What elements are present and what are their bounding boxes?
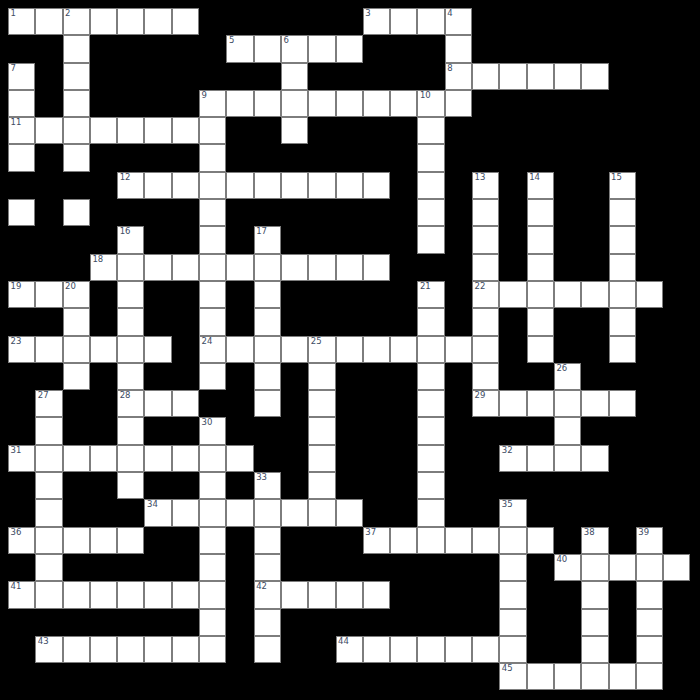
cell-5-2[interactable] xyxy=(63,144,90,171)
cell-15-4[interactable] xyxy=(117,417,144,444)
cell-5-15[interactable] xyxy=(417,144,444,171)
cell-11-2[interactable] xyxy=(63,308,90,335)
cell-21-5[interactable] xyxy=(144,581,171,608)
cell-19-23[interactable]: 39 xyxy=(636,527,663,554)
cell-6-24 xyxy=(663,172,690,199)
cell-13-17[interactable] xyxy=(472,363,499,390)
cell-3-11[interactable] xyxy=(308,90,335,117)
cell-8-19[interactable] xyxy=(527,226,554,253)
cell-1-8[interactable]: 5 xyxy=(226,35,253,62)
cell-6-13[interactable] xyxy=(363,172,390,199)
cell-14-21[interactable] xyxy=(581,390,608,417)
cell-18-18[interactable]: 35 xyxy=(499,499,526,526)
cell-5-7[interactable] xyxy=(199,144,226,171)
cell-6-10[interactable] xyxy=(281,172,308,199)
cell-9-4[interactable] xyxy=(117,254,144,281)
cell-9-12[interactable] xyxy=(336,254,363,281)
cell-21-11[interactable] xyxy=(308,581,335,608)
cell-4-3[interactable] xyxy=(90,117,117,144)
cell-23-3[interactable] xyxy=(90,636,117,663)
cell-22-7[interactable] xyxy=(199,609,226,636)
cell-18-6[interactable] xyxy=(172,499,199,526)
cell-10-0[interactable]: 19 xyxy=(8,281,35,308)
cell-13-2[interactable] xyxy=(63,363,90,390)
cell-1-23 xyxy=(636,35,663,62)
cell-0-13[interactable]: 3 xyxy=(363,8,390,35)
cell-12-6 xyxy=(172,336,199,363)
cell-16-0[interactable]: 31 xyxy=(8,445,35,472)
cell-9-17[interactable] xyxy=(472,254,499,281)
cell-3-16[interactable] xyxy=(445,90,472,117)
cell-12-2[interactable] xyxy=(63,336,90,363)
cell-16-1[interactable] xyxy=(35,445,62,472)
cell-19-1[interactable] xyxy=(35,527,62,554)
cell-12-7[interactable]: 24 xyxy=(199,336,226,363)
cell-16-19[interactable] xyxy=(527,445,554,472)
cell-6-15[interactable] xyxy=(417,172,444,199)
cell-23-6[interactable] xyxy=(172,636,199,663)
cell-10-4[interactable] xyxy=(117,281,144,308)
cell-7-0[interactable] xyxy=(8,199,35,226)
cell-22-9[interactable] xyxy=(254,609,281,636)
cell-4-2[interactable] xyxy=(63,117,90,144)
cell-24-19[interactable] xyxy=(527,663,554,690)
cell-2-2[interactable] xyxy=(63,63,90,90)
cell-13-4[interactable] xyxy=(117,363,144,390)
cell-8-0 xyxy=(8,226,35,253)
cell-14-4[interactable]: 28 xyxy=(117,390,144,417)
cell-3-2[interactable] xyxy=(63,90,90,117)
cell-23-23[interactable] xyxy=(636,636,663,663)
cell-18-0 xyxy=(8,499,35,526)
cell-2-0[interactable]: 7 xyxy=(8,63,35,90)
cell-6-8[interactable] xyxy=(226,172,253,199)
cell-22-22 xyxy=(609,609,636,636)
cell-24-16 xyxy=(445,663,472,690)
cell-23-1[interactable]: 43 xyxy=(35,636,62,663)
cell-10-22[interactable] xyxy=(609,281,636,308)
clue-number-32: 32 xyxy=(502,446,513,455)
cell-23-14[interactable] xyxy=(390,636,417,663)
cell-9-6[interactable] xyxy=(172,254,199,281)
cell-4-5[interactable] xyxy=(144,117,171,144)
cell-3-14[interactable] xyxy=(390,90,417,117)
cell-18-7[interactable] xyxy=(199,499,226,526)
cell-2-12 xyxy=(336,63,363,90)
cell-0-0[interactable]: 1 xyxy=(8,8,35,35)
cell-3-12[interactable] xyxy=(336,90,363,117)
cell-17-11[interactable] xyxy=(308,472,335,499)
cell-15-20[interactable] xyxy=(554,417,581,444)
cell-1-10[interactable]: 6 xyxy=(281,35,308,62)
cell-18-10[interactable] xyxy=(281,499,308,526)
cell-0-6[interactable] xyxy=(172,8,199,35)
cell-0-14[interactable] xyxy=(390,8,417,35)
cell-2-20[interactable] xyxy=(554,63,581,90)
cell-18-19 xyxy=(527,499,554,526)
cell-19-4[interactable] xyxy=(117,527,144,554)
cell-22-16 xyxy=(445,609,472,636)
cell-0-1[interactable] xyxy=(35,8,62,35)
cell-12-13[interactable] xyxy=(363,336,390,363)
cell-22-21[interactable] xyxy=(581,609,608,636)
cell-12-12[interactable] xyxy=(336,336,363,363)
cell-12-22[interactable] xyxy=(609,336,636,363)
cell-13-15[interactable] xyxy=(417,363,444,390)
cell-24-22[interactable] xyxy=(609,663,636,690)
cell-11-4[interactable] xyxy=(117,308,144,335)
cell-3-10[interactable] xyxy=(281,90,308,117)
cell-19-16[interactable] xyxy=(445,527,472,554)
cell-1-9[interactable] xyxy=(254,35,281,62)
cell-20-23[interactable] xyxy=(636,554,663,581)
cell-15-1[interactable] xyxy=(35,417,62,444)
cell-7-7[interactable] xyxy=(199,199,226,226)
cell-3-8[interactable] xyxy=(226,90,253,117)
cell-7-2[interactable] xyxy=(63,199,90,226)
cell-14-22[interactable] xyxy=(609,390,636,417)
cell-9-13[interactable] xyxy=(363,254,390,281)
cell-9-3[interactable]: 18 xyxy=(90,254,117,281)
cell-19-18[interactable] xyxy=(499,527,526,554)
cell-21-21[interactable] xyxy=(581,581,608,608)
cell-8-4[interactable]: 16 xyxy=(117,226,144,253)
cell-13-20[interactable]: 26 xyxy=(554,363,581,390)
cell-8-7[interactable] xyxy=(199,226,226,253)
cell-13-5 xyxy=(144,363,171,390)
cell-9-22[interactable] xyxy=(609,254,636,281)
cell-12-11[interactable]: 25 xyxy=(308,336,335,363)
cell-15-11[interactable] xyxy=(308,417,335,444)
cell-8-2 xyxy=(63,226,90,253)
cell-20-12 xyxy=(336,554,363,581)
cell-12-15[interactable] xyxy=(417,336,444,363)
cell-19-21[interactable]: 38 xyxy=(581,527,608,554)
cell-16-5[interactable] xyxy=(144,445,171,472)
cell-7-10 xyxy=(281,199,308,226)
cell-12-1[interactable] xyxy=(35,336,62,363)
cell-14-15[interactable] xyxy=(417,390,444,417)
cell-12-0[interactable]: 23 xyxy=(8,336,35,363)
cell-2-16[interactable]: 8 xyxy=(445,63,472,90)
cell-6-4[interactable]: 12 xyxy=(117,172,144,199)
cell-23-22 xyxy=(609,636,636,663)
cell-10-21[interactable] xyxy=(581,281,608,308)
cell-21-3[interactable] xyxy=(90,581,117,608)
cell-10-18[interactable] xyxy=(499,281,526,308)
cell-18-15[interactable] xyxy=(417,499,444,526)
cell-5-19 xyxy=(527,144,554,171)
cell-23-9[interactable] xyxy=(254,636,281,663)
cell-21-6[interactable] xyxy=(172,581,199,608)
cell-4-15[interactable] xyxy=(417,117,444,144)
cell-2-17[interactable] xyxy=(472,63,499,90)
cell-12-9[interactable] xyxy=(254,336,281,363)
cell-21-10[interactable] xyxy=(281,581,308,608)
cell-6-20 xyxy=(554,172,581,199)
cell-20-21[interactable] xyxy=(581,554,608,581)
cell-10-17[interactable]: 22 xyxy=(472,281,499,308)
cell-10-19[interactable] xyxy=(527,281,554,308)
cell-6-19[interactable]: 14 xyxy=(527,172,554,199)
cell-19-2[interactable] xyxy=(63,527,90,554)
cell-18-9[interactable] xyxy=(254,499,281,526)
cell-12-16[interactable] xyxy=(445,336,472,363)
cell-20-9[interactable] xyxy=(254,554,281,581)
cell-23-4[interactable] xyxy=(117,636,144,663)
cell-21-0[interactable]: 41 xyxy=(8,581,35,608)
clue-number-13: 13 xyxy=(475,173,486,182)
cell-6-6[interactable] xyxy=(172,172,199,199)
cell-1-6 xyxy=(172,35,199,62)
cell-21-12[interactable] xyxy=(336,581,363,608)
cell-3-15[interactable]: 10 xyxy=(417,90,444,117)
cell-23-21[interactable] xyxy=(581,636,608,663)
cell-16-18[interactable]: 32 xyxy=(499,445,526,472)
cell-7-22[interactable] xyxy=(609,199,636,226)
cell-21-2[interactable] xyxy=(63,581,90,608)
cell-13-11[interactable] xyxy=(308,363,335,390)
cell-14-18[interactable] xyxy=(499,390,526,417)
cell-7-15[interactable] xyxy=(417,199,444,226)
cell-0-4[interactable] xyxy=(117,8,144,35)
cell-14-6[interactable] xyxy=(172,390,199,417)
cell-7-18 xyxy=(499,199,526,226)
cell-21-18[interactable] xyxy=(499,581,526,608)
cell-18-16 xyxy=(445,499,472,526)
cell-11-22[interactable] xyxy=(609,308,636,335)
cell-21-7[interactable] xyxy=(199,581,226,608)
cell-23-13[interactable] xyxy=(363,636,390,663)
cell-16-3[interactable] xyxy=(90,445,117,472)
cell-22-23[interactable] xyxy=(636,609,663,636)
cell-3-13[interactable] xyxy=(363,90,390,117)
cell-12-8[interactable] xyxy=(226,336,253,363)
cell-0-15[interactable] xyxy=(417,8,444,35)
cell-4-6[interactable] xyxy=(172,117,199,144)
cell-23-5[interactable] xyxy=(144,636,171,663)
cell-7-19[interactable] xyxy=(527,199,554,226)
cell-6-11[interactable] xyxy=(308,172,335,199)
cell-18-11[interactable] xyxy=(308,499,335,526)
cell-23-16[interactable] xyxy=(445,636,472,663)
cell-0-16[interactable]: 4 xyxy=(445,8,472,35)
cell-16-15[interactable] xyxy=(417,445,444,472)
cell-9-19[interactable] xyxy=(527,254,554,281)
cell-17-15[interactable] xyxy=(417,472,444,499)
cell-14-17[interactable]: 29 xyxy=(472,390,499,417)
cell-6-5[interactable] xyxy=(144,172,171,199)
cell-18-12[interactable] xyxy=(336,499,363,526)
cell-6-18 xyxy=(499,172,526,199)
cell-24-18[interactable]: 45 xyxy=(499,663,526,690)
cell-1-12[interactable] xyxy=(336,35,363,62)
cell-24-20[interactable] xyxy=(554,663,581,690)
cell-23-12[interactable]: 44 xyxy=(336,636,363,663)
cell-10-2[interactable]: 20 xyxy=(63,281,90,308)
cell-21-13[interactable] xyxy=(363,581,390,608)
cell-13-9[interactable] xyxy=(254,363,281,390)
cell-16-8[interactable] xyxy=(226,445,253,472)
cell-4-7[interactable] xyxy=(199,117,226,144)
cell-18-8[interactable] xyxy=(226,499,253,526)
cell-9-9[interactable] xyxy=(254,254,281,281)
cell-22-18[interactable] xyxy=(499,609,526,636)
cell-20-20[interactable]: 40 xyxy=(554,554,581,581)
cell-11-17[interactable] xyxy=(472,308,499,335)
cell-21-1[interactable] xyxy=(35,581,62,608)
cell-4-0[interactable]: 11 xyxy=(8,117,35,144)
cell-1-16[interactable] xyxy=(445,35,472,62)
cell-17-7[interactable] xyxy=(199,472,226,499)
cell-17-17 xyxy=(472,472,499,499)
cell-19-11 xyxy=(308,527,335,554)
cell-8-9[interactable]: 17 xyxy=(254,226,281,253)
cell-18-1[interactable] xyxy=(35,499,62,526)
cell-5-22 xyxy=(609,144,636,171)
cell-9-7[interactable] xyxy=(199,254,226,281)
cell-15-18 xyxy=(499,417,526,444)
cell-16-2[interactable] xyxy=(63,445,90,472)
cell-15-7[interactable]: 30 xyxy=(199,417,226,444)
cell-6-17[interactable]: 13 xyxy=(472,172,499,199)
cell-7-14 xyxy=(390,199,417,226)
cell-23-18[interactable] xyxy=(499,636,526,663)
cell-20-1[interactable] xyxy=(35,554,62,581)
cell-19-14[interactable] xyxy=(390,527,417,554)
cell-8-15[interactable] xyxy=(417,226,444,253)
cell-9-5[interactable] xyxy=(144,254,171,281)
cell-9-10[interactable] xyxy=(281,254,308,281)
cell-5-0[interactable] xyxy=(8,144,35,171)
cell-6-12[interactable] xyxy=(336,172,363,199)
cell-10-9[interactable] xyxy=(254,281,281,308)
cell-15-15[interactable] xyxy=(417,417,444,444)
cell-0-2[interactable]: 2 xyxy=(63,8,90,35)
cell-16-6[interactable] xyxy=(172,445,199,472)
cell-16-21[interactable] xyxy=(581,445,608,472)
cell-4-4[interactable] xyxy=(117,117,144,144)
cell-9-11[interactable] xyxy=(308,254,335,281)
cell-24-23[interactable] xyxy=(636,663,663,690)
cell-21-23[interactable] xyxy=(636,581,663,608)
cell-2-10[interactable] xyxy=(281,63,308,90)
cell-14-19[interactable] xyxy=(527,390,554,417)
cell-20-18[interactable] xyxy=(499,554,526,581)
cell-17-4[interactable] xyxy=(117,472,144,499)
cell-10-7[interactable] xyxy=(199,281,226,308)
cell-19-3[interactable] xyxy=(90,527,117,554)
cell-11-9[interactable] xyxy=(254,308,281,335)
cell-6-9[interactable] xyxy=(254,172,281,199)
cell-19-19[interactable] xyxy=(527,527,554,554)
cell-17-9[interactable]: 33 xyxy=(254,472,281,499)
cell-11-15[interactable] xyxy=(417,308,444,335)
cell-16-11[interactable] xyxy=(308,445,335,472)
cell-19-13[interactable]: 37 xyxy=(363,527,390,554)
cell-19-9[interactable] xyxy=(254,527,281,554)
cell-16-7[interactable] xyxy=(199,445,226,472)
cell-4-1[interactable] xyxy=(35,117,62,144)
cell-10-20[interactable] xyxy=(554,281,581,308)
cell-12-4[interactable] xyxy=(117,336,144,363)
cell-19-7[interactable] xyxy=(199,527,226,554)
cell-19-17[interactable] xyxy=(472,527,499,554)
cell-12-3[interactable] xyxy=(90,336,117,363)
cell-20-7[interactable] xyxy=(199,554,226,581)
cell-14-9[interactable] xyxy=(254,390,281,417)
cell-2-19[interactable] xyxy=(527,63,554,90)
cell-20-24[interactable] xyxy=(663,554,690,581)
cell-11-7[interactable] xyxy=(199,308,226,335)
cell-1-11[interactable] xyxy=(308,35,335,62)
cell-10-1[interactable] xyxy=(35,281,62,308)
cell-11-10 xyxy=(281,308,308,335)
cell-0-3[interactable] xyxy=(90,8,117,35)
cell-19-15[interactable] xyxy=(417,527,444,554)
cell-21-4[interactable] xyxy=(117,581,144,608)
cell-23-2[interactable] xyxy=(63,636,90,663)
cell-20-22[interactable] xyxy=(609,554,636,581)
cell-16-20[interactable] xyxy=(554,445,581,472)
cell-14-1[interactable]: 27 xyxy=(35,390,62,417)
cell-9-8[interactable] xyxy=(226,254,253,281)
cell-5-12 xyxy=(336,144,363,171)
cell-3-0[interactable] xyxy=(8,90,35,117)
cell-22-11 xyxy=(308,609,335,636)
cell-14-5[interactable] xyxy=(144,390,171,417)
cell-23-15[interactable] xyxy=(417,636,444,663)
cell-19-20 xyxy=(554,527,581,554)
cell-16-9 xyxy=(254,445,281,472)
cell-0-5[interactable] xyxy=(144,8,171,35)
cell-13-14 xyxy=(390,363,417,390)
cell-10-15[interactable]: 21 xyxy=(417,281,444,308)
cell-16-4[interactable] xyxy=(117,445,144,472)
cell-7-17[interactable] xyxy=(472,199,499,226)
cell-1-2[interactable] xyxy=(63,35,90,62)
cell-10-23[interactable] xyxy=(636,281,663,308)
cell-2-21[interactable] xyxy=(581,63,608,90)
cell-23-7[interactable] xyxy=(199,636,226,663)
cell-13-7[interactable] xyxy=(199,363,226,390)
cell-8-17[interactable] xyxy=(472,226,499,253)
cell-11-19[interactable] xyxy=(527,308,554,335)
cell-23-17[interactable] xyxy=(472,636,499,663)
cell-6-22[interactable]: 15 xyxy=(609,172,636,199)
cell-19-0[interactable]: 36 xyxy=(8,527,35,554)
cell-8-22[interactable] xyxy=(609,226,636,253)
cell-14-11[interactable] xyxy=(308,390,335,417)
cell-18-5[interactable]: 34 xyxy=(144,499,171,526)
cell-5-5 xyxy=(144,144,171,171)
cell-17-1[interactable] xyxy=(35,472,62,499)
cell-12-14[interactable] xyxy=(390,336,417,363)
cell-14-20[interactable] xyxy=(554,390,581,417)
cell-6-7[interactable] xyxy=(199,172,226,199)
cell-4-10[interactable] xyxy=(281,117,308,144)
cell-12-10[interactable] xyxy=(281,336,308,363)
cell-12-17[interactable] xyxy=(472,336,499,363)
cell-12-19[interactable] xyxy=(527,336,554,363)
cell-12-5[interactable] xyxy=(144,336,171,363)
cell-0-23 xyxy=(636,8,663,35)
cell-24-21[interactable] xyxy=(581,663,608,690)
cell-2-18[interactable] xyxy=(499,63,526,90)
cell-3-7[interactable]: 9 xyxy=(199,90,226,117)
cell-21-9[interactable]: 42 xyxy=(254,581,281,608)
cell-3-9[interactable] xyxy=(254,90,281,117)
